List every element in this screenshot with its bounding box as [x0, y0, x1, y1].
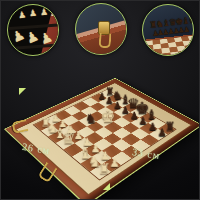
white-queen: ♛ [61, 131, 75, 147]
stored-pawn: ♟ [17, 10, 26, 20]
white-king: ♚ [100, 109, 115, 126]
stored-pawn: ♟ [40, 8, 49, 18]
white-pawn: ♟ [110, 157, 120, 169]
inset-black-pieces: ♜♞♝♛♚♝♞♜ ♟♟♟♟♟♟♟ [142, 4, 194, 56]
inset-box-interior: ♟ ♟ ♟ ♟ ♟ ♟ ♟ [7, 4, 59, 56]
black-pawn: ♟ [121, 106, 130, 116]
stored-pawn: ♟ [29, 9, 38, 19]
black-pawn: ♟ [158, 128, 167, 138]
black-pawn: ♟ [148, 122, 157, 132]
chess-board-grid: ♜♟♟♜♞♟♟♞♝♟♞♟♝♛♟♚♟♛♟♟♚♝♟♟♝♞♟♟♜♟♟♜ [34, 90, 175, 179]
black-pawn: ♟ [105, 96, 113, 105]
white-rook: ♜ [98, 162, 111, 176]
black-pawn: ♟ [139, 116, 148, 126]
product-photo: ♟ ♟ ♟ ♟ ♟ ♟ ♟ ♜♞♝♛♚♝♞♜ ♟♟♟♟♟♟♟ ♜♟♟♜♞♟♟♞♝… [0, 0, 200, 200]
clasp-loop [98, 33, 111, 49]
black-pawn: ♟ [130, 111, 139, 121]
black-knight: ♞ [85, 112, 96, 125]
stored-pawn: ♟ [50, 9, 58, 18]
inset-brass-clasp [75, 3, 127, 55]
stored-pawn: ♟ [24, 28, 41, 46]
board-box: ♜♟♟♜♞♟♟♞♝♟♞♟♝♛♟♚♟♛♟♟♚♝♟♟♝♞♟♟♜♟♟♜ [4, 78, 200, 200]
dimension-arrow-icon [12, 81, 26, 95]
